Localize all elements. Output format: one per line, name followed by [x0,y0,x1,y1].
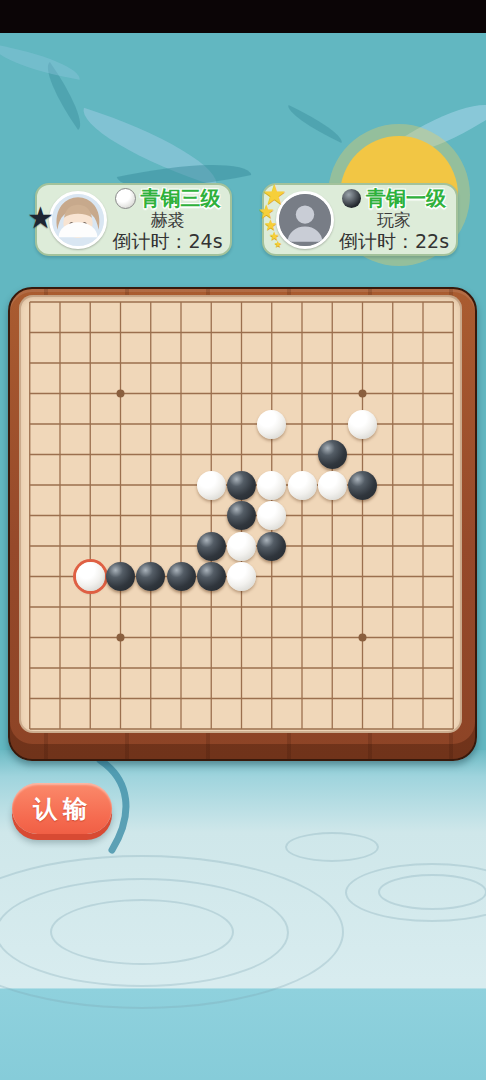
player-name-right: 玩家 [377,211,411,230]
stone-white [288,471,317,500]
ripple-icon [378,874,486,910]
stone-white [197,471,226,500]
player-panel-right: 青铜一级 玩家 倒计时：22s [262,183,458,256]
stone-black [348,471,377,500]
timer-right: 倒计时：22s [339,231,449,252]
stone-white [227,562,256,591]
stone-black [227,501,256,530]
leaf-decoration-icon [0,44,83,80]
stone-black [257,532,286,561]
stone-black [318,440,347,469]
stone-black [227,471,256,500]
girl-avatar-icon [52,194,104,246]
gold-star-icon: ★ [274,239,282,249]
white-stone-icon [115,188,136,209]
timer-value-left: 24s [188,230,222,252]
player-name-left: 赫裘 [151,211,185,230]
resign-button[interactable]: 认输 [12,783,112,834]
stone-white [257,410,286,439]
ripple-icon [50,899,234,965]
avatar-left [49,191,107,249]
timer-value-right: 22s [415,230,449,252]
stone-black [197,532,226,561]
stone-black [106,562,135,591]
stone-white [227,532,256,561]
timer-label-right: 倒计时： [339,230,415,252]
stone-white [257,471,286,500]
stone-white [348,410,377,439]
rank-label-right: 青铜一级 [366,187,446,209]
black-stone-icon [342,189,361,208]
ripple-icon [285,832,379,862]
stone-white-last-move [76,562,105,591]
status-bar [0,0,486,33]
stone-white [318,471,347,500]
player-panel-left: 青铜三级 赫裘 倒计时：24s [35,183,232,256]
stone-black [197,562,226,591]
rank-label-left: 青铜三级 [141,187,221,209]
board-frame [8,287,477,761]
leaf-decoration-icon [283,105,346,143]
stone-black [167,562,196,591]
game-screen: 青铜三级 赫裘 倒计时：24s ★ 青铜一级 玩家 倒计时：22s ★ ★ ★ … [0,0,486,1080]
timer-label-left: 倒计时： [112,230,188,252]
timer-left: 倒计时：24s [112,231,222,252]
dark-star-icon: ★ [27,200,54,235]
gomoku-board[interactable] [19,295,462,733]
